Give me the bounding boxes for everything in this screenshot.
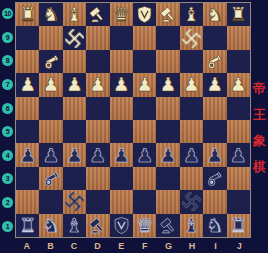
square-A8[interactable]: [16, 50, 39, 73]
square-C8[interactable]: [63, 50, 86, 73]
square-E7[interactable]: ♟: [110, 73, 133, 96]
square-I7[interactable]: ♟: [203, 73, 226, 96]
black-hammer-piece[interactable]: [159, 216, 178, 235]
white-knight-piece[interactable]: ♞: [43, 5, 60, 24]
black-shield-piece[interactable]: [112, 216, 131, 235]
rank-label-slot: 5: [0, 120, 15, 144]
square-D10[interactable]: [86, 3, 109, 26]
square-I6[interactable]: [203, 97, 226, 120]
square-F5[interactable]: [133, 120, 156, 143]
rank-label-slot: 1: [0, 214, 15, 238]
square-A3[interactable]: [16, 167, 39, 190]
square-J1[interactable]: ♜: [227, 214, 250, 237]
title-char-2: 王: [253, 106, 266, 124]
square-C5[interactable]: [63, 120, 86, 143]
black-pawn-piece[interactable]: ♟: [160, 146, 177, 165]
square-F1[interactable]: ♛: [133, 214, 156, 237]
square-H9[interactable]: [180, 26, 203, 49]
square-E2[interactable]: [110, 190, 133, 213]
title-char-4: 棋: [253, 158, 266, 176]
square-I9[interactable]: [203, 26, 226, 49]
board: ♜♞♝♛♝♞♜♟♟♟♟♟♟♟♟♟♟♟♟♟♟♟♟♟♟♟♟♜♞♝♛♝♞♜: [15, 2, 251, 238]
square-H1[interactable]: ♝: [180, 214, 203, 237]
rank-label-slot: 10: [0, 2, 15, 26]
square-E4[interactable]: ♟: [110, 143, 133, 166]
rank-label-8: 8: [2, 55, 13, 66]
square-E1[interactable]: [110, 214, 133, 237]
white-rook-piece[interactable]: ♜: [19, 5, 36, 24]
white-pawn-piece[interactable]: ♟: [183, 75, 200, 94]
rank-label-slot: 4: [0, 144, 15, 168]
white-swastika-piece[interactable]: [65, 29, 84, 48]
file-label-I: I: [204, 239, 228, 252]
black-hammer-piece[interactable]: [88, 216, 107, 235]
square-G1[interactable]: [156, 214, 179, 237]
square-H6[interactable]: [180, 97, 203, 120]
square-B8[interactable]: [39, 50, 62, 73]
square-D2[interactable]: [86, 190, 109, 213]
square-F4[interactable]: ♟: [133, 143, 156, 166]
white-hammer-piece[interactable]: [88, 5, 107, 24]
square-C7[interactable]: ♟: [63, 73, 86, 96]
square-I5[interactable]: [203, 120, 226, 143]
square-H3[interactable]: [180, 167, 203, 190]
rank-label-10: 10: [2, 8, 13, 19]
white-pawn-piece[interactable]: ♟: [113, 75, 130, 94]
rank-label-slot: 7: [0, 73, 15, 97]
square-I4[interactable]: ♟: [203, 143, 226, 166]
title-char-3: 象: [253, 132, 266, 150]
white-rook-piece[interactable]: ♜: [230, 5, 247, 24]
rank-label-slot: 6: [0, 96, 15, 120]
square-D9[interactable]: [86, 26, 109, 49]
file-label-H: H: [180, 239, 204, 252]
square-H8[interactable]: [180, 50, 203, 73]
white-pawn-piece[interactable]: ♟: [66, 75, 83, 94]
square-J2[interactable]: [227, 190, 250, 213]
rank-label-slot: 3: [0, 167, 15, 191]
square-A5[interactable]: [16, 120, 39, 143]
file-label-A: A: [15, 239, 39, 252]
rank-label-3: 3: [2, 173, 13, 184]
black-pawn-piece[interactable]: ♟: [136, 146, 153, 165]
square-B1[interactable]: ♞: [39, 214, 62, 237]
square-F3[interactable]: [133, 167, 156, 190]
rank-label-2: 2: [2, 197, 13, 208]
square-E8[interactable]: [110, 50, 133, 73]
black-bishop-piece[interactable]: ♝: [66, 216, 83, 235]
rank-labels: 10987654321: [0, 2, 15, 238]
square-H7[interactable]: ♟: [180, 73, 203, 96]
square-E5[interactable]: [110, 120, 133, 143]
rank-label-6: 6: [2, 103, 13, 114]
black-rook-piece[interactable]: ♜: [19, 216, 36, 235]
square-A9[interactable]: [16, 26, 39, 49]
white-pawn-piece[interactable]: ♟: [230, 75, 247, 94]
square-F2[interactable]: [133, 190, 156, 213]
white-pawn-piece[interactable]: ♟: [43, 75, 60, 94]
square-D3[interactable]: [86, 167, 109, 190]
square-F6[interactable]: [133, 97, 156, 120]
square-H2[interactable]: [180, 190, 203, 213]
black-pawn-piece[interactable]: ♟: [206, 146, 223, 165]
square-D6[interactable]: [86, 97, 109, 120]
white-cannon-piece[interactable]: [205, 52, 224, 71]
rank-label-1: 1: [2, 221, 13, 232]
square-E9[interactable]: [110, 26, 133, 49]
square-G3[interactable]: [156, 167, 179, 190]
square-I2[interactable]: [203, 190, 226, 213]
square-F10[interactable]: [133, 3, 156, 26]
game-title-vertical: 帝王象棋: [251, 80, 268, 176]
rank-label-7: 7: [2, 79, 13, 90]
square-C2[interactable]: [63, 190, 86, 213]
square-G8[interactable]: [156, 50, 179, 73]
black-cannon-piece[interactable]: [42, 169, 61, 188]
file-label-E: E: [109, 239, 133, 252]
square-D8[interactable]: [86, 50, 109, 73]
square-H5[interactable]: [180, 120, 203, 143]
square-D7[interactable]: ♟: [86, 73, 109, 96]
black-crown-piece[interactable]: ♛: [136, 216, 153, 235]
rank-label-slot: 2: [0, 191, 15, 215]
white-cannon-piece[interactable]: [42, 52, 61, 71]
square-A1[interactable]: ♜: [16, 214, 39, 237]
square-B5[interactable]: [39, 120, 62, 143]
white-bishop-piece[interactable]: ♝: [183, 5, 200, 24]
square-B6[interactable]: [39, 97, 62, 120]
black-knight-piece[interactable]: ♞: [206, 216, 223, 235]
white-swastika-piece[interactable]: [182, 29, 201, 48]
square-C6[interactable]: [63, 97, 86, 120]
file-labels: ABCDEFGHIJ: [15, 239, 251, 252]
square-B4[interactable]: ♟: [39, 143, 62, 166]
black-pawn-piece[interactable]: ♟: [183, 146, 200, 165]
square-E10[interactable]: ♛: [110, 3, 133, 26]
black-pawn-piece[interactable]: ♟: [43, 146, 60, 165]
square-I10[interactable]: ♞: [203, 3, 226, 26]
square-E6[interactable]: [110, 97, 133, 120]
black-pawn-piece[interactable]: ♟: [113, 146, 130, 165]
square-J7[interactable]: ♟: [227, 73, 250, 96]
square-G4[interactable]: ♟: [156, 143, 179, 166]
black-pawn-piece[interactable]: ♟: [230, 146, 247, 165]
rank-label-slot: 9: [0, 26, 15, 50]
white-knight-piece[interactable]: ♞: [206, 5, 223, 24]
square-A7[interactable]: ♟: [16, 73, 39, 96]
square-I3[interactable]: [203, 167, 226, 190]
white-pawn-piece[interactable]: ♟: [136, 75, 153, 94]
white-pawn-piece[interactable]: ♟: [19, 75, 36, 94]
file-label-F: F: [133, 239, 157, 252]
square-C1[interactable]: ♝: [63, 214, 86, 237]
square-B10[interactable]: ♞: [39, 3, 62, 26]
file-label-B: B: [39, 239, 63, 252]
white-bishop-piece[interactable]: ♝: [66, 5, 83, 24]
square-J10[interactable]: ♜: [227, 3, 250, 26]
white-pawn-piece[interactable]: ♟: [160, 75, 177, 94]
black-bishop-piece[interactable]: ♝: [183, 216, 200, 235]
file-label-C: C: [62, 239, 86, 252]
app-window: 10987654321 ♜♞♝♛♝♞♜♟♟♟♟♟♟♟♟♟♟♟♟♟♟♟♟♟♟♟♟♜…: [0, 0, 268, 253]
rank-label-9: 9: [2, 32, 13, 43]
square-B3[interactable]: [39, 167, 62, 190]
square-D4[interactable]: ♟: [86, 143, 109, 166]
black-pawn-piece[interactable]: ♟: [19, 146, 36, 165]
square-B9[interactable]: [39, 26, 62, 49]
rank-label-4: 4: [2, 150, 13, 161]
square-F8[interactable]: [133, 50, 156, 73]
square-A10[interactable]: ♜: [16, 3, 39, 26]
square-J4[interactable]: ♟: [227, 143, 250, 166]
square-J6[interactable]: [227, 97, 250, 120]
black-pawn-piece[interactable]: ♟: [66, 146, 83, 165]
square-G5[interactable]: [156, 120, 179, 143]
square-F9[interactable]: [133, 26, 156, 49]
square-J5[interactable]: [227, 120, 250, 143]
white-shield-piece[interactable]: [135, 5, 154, 24]
file-label-G: G: [157, 239, 181, 252]
black-cannon-piece[interactable]: [205, 169, 224, 188]
square-D1[interactable]: [86, 214, 109, 237]
square-J8[interactable]: [227, 50, 250, 73]
square-G2[interactable]: [156, 190, 179, 213]
white-pawn-piece[interactable]: ♟: [206, 75, 223, 94]
white-pawn-piece[interactable]: ♟: [89, 75, 106, 94]
square-G7[interactable]: ♟: [156, 73, 179, 96]
square-I1[interactable]: ♞: [203, 214, 226, 237]
square-F7[interactable]: ♟: [133, 73, 156, 96]
square-A4[interactable]: ♟: [16, 143, 39, 166]
file-label-J: J: [227, 239, 251, 252]
square-A6[interactable]: [16, 97, 39, 120]
rank-label-5: 5: [2, 126, 13, 137]
title-char-1: 帝: [253, 80, 266, 98]
square-J9[interactable]: [227, 26, 250, 49]
white-hammer-piece[interactable]: [159, 5, 178, 24]
file-label-D: D: [86, 239, 110, 252]
square-I8[interactable]: [203, 50, 226, 73]
white-crown-piece[interactable]: ♛: [113, 5, 130, 24]
square-G10[interactable]: [156, 3, 179, 26]
square-G9[interactable]: [156, 26, 179, 49]
square-C10[interactable]: ♝: [63, 3, 86, 26]
square-D5[interactable]: [86, 120, 109, 143]
square-C3[interactable]: [63, 167, 86, 190]
square-B7[interactable]: ♟: [39, 73, 62, 96]
black-rook-piece[interactable]: ♜: [230, 216, 247, 235]
square-G6[interactable]: [156, 97, 179, 120]
rank-label-slot: 8: [0, 49, 15, 73]
black-swastika-piece[interactable]: [182, 192, 201, 211]
black-swastika-piece[interactable]: [65, 192, 84, 211]
square-C4[interactable]: ♟: [63, 143, 86, 166]
square-J3[interactable]: [227, 167, 250, 190]
square-E3[interactable]: [110, 167, 133, 190]
square-H10[interactable]: ♝: [180, 3, 203, 26]
square-C9[interactable]: [63, 26, 86, 49]
square-A2[interactable]: [16, 190, 39, 213]
black-pawn-piece[interactable]: ♟: [89, 146, 106, 165]
black-knight-piece[interactable]: ♞: [43, 216, 60, 235]
square-H4[interactable]: ♟: [180, 143, 203, 166]
square-B2[interactable]: [39, 190, 62, 213]
